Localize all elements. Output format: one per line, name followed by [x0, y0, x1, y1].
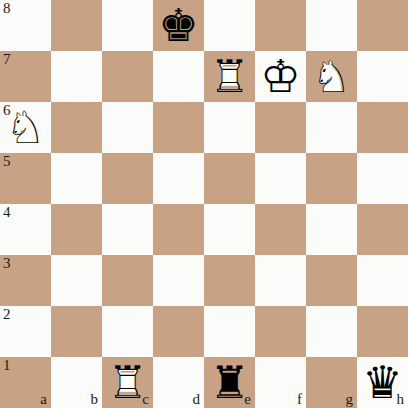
file-label-b: b	[91, 391, 99, 408]
square-g1[interactable]: g	[306, 357, 357, 408]
black-king-glyph: ♚	[153, 0, 204, 51]
square-a1[interactable]: 1a	[0, 357, 51, 408]
square-d1[interactable]: d	[153, 357, 204, 408]
square-f7[interactable]: ♚♔	[255, 51, 306, 102]
square-f2[interactable]	[255, 306, 306, 357]
rank-label-5: 5	[3, 153, 11, 170]
square-e6[interactable]	[204, 102, 255, 153]
white-rook-glyph: ♖	[204, 51, 255, 102]
square-b1[interactable]: b	[51, 357, 102, 408]
square-h7[interactable]	[357, 51, 408, 102]
square-a7[interactable]: 7	[0, 51, 51, 102]
file-label-f: f	[297, 391, 302, 408]
square-c7[interactable]	[102, 51, 153, 102]
file-label-d: d	[193, 391, 201, 408]
square-b3[interactable]	[51, 255, 102, 306]
square-g6[interactable]	[306, 102, 357, 153]
square-f5[interactable]	[255, 153, 306, 204]
rank-label-4: 4	[3, 204, 11, 221]
square-c6[interactable]	[102, 102, 153, 153]
square-c3[interactable]	[102, 255, 153, 306]
piece-black-queen[interactable]: ♛	[357, 357, 408, 408]
square-b6[interactable]	[51, 102, 102, 153]
square-c8[interactable]	[102, 0, 153, 51]
square-h3[interactable]	[357, 255, 408, 306]
square-e3[interactable]	[204, 255, 255, 306]
piece-black-rook[interactable]: ♜	[204, 357, 255, 408]
rank-label-2: 2	[3, 306, 11, 323]
piece-white-knight[interactable]: ♞♘	[0, 102, 51, 153]
file-label-a: a	[40, 391, 47, 408]
square-f4[interactable]	[255, 204, 306, 255]
white-rook-glyph: ♖	[102, 357, 153, 408]
black-rook-glyph: ♜	[204, 357, 255, 408]
rank-label-8: 8	[3, 0, 11, 17]
square-a6[interactable]: 6♞♘	[0, 102, 51, 153]
square-d6[interactable]	[153, 102, 204, 153]
square-h4[interactable]	[357, 204, 408, 255]
rank-label-7: 7	[3, 51, 11, 68]
square-a5[interactable]: 5	[0, 153, 51, 204]
file-label-g: g	[346, 391, 354, 408]
piece-black-king[interactable]: ♚	[153, 0, 204, 51]
white-knight-glyph: ♘	[306, 51, 357, 102]
square-d5[interactable]	[153, 153, 204, 204]
rank-label-1: 1	[3, 357, 11, 374]
square-g5[interactable]	[306, 153, 357, 204]
square-b7[interactable]	[51, 51, 102, 102]
square-c1[interactable]: c♜♖	[102, 357, 153, 408]
square-h6[interactable]	[357, 102, 408, 153]
piece-white-knight[interactable]: ♞♘	[306, 51, 357, 102]
square-h1[interactable]: h♛	[357, 357, 408, 408]
square-a3[interactable]: 3	[0, 255, 51, 306]
white-knight-glyph: ♘	[0, 102, 51, 153]
rank-label-3: 3	[3, 255, 11, 272]
piece-white-rook[interactable]: ♜♖	[204, 51, 255, 102]
square-g2[interactable]	[306, 306, 357, 357]
square-a4[interactable]: 4	[0, 204, 51, 255]
square-f3[interactable]	[255, 255, 306, 306]
square-d2[interactable]	[153, 306, 204, 357]
black-queen-glyph: ♛	[357, 357, 408, 408]
white-king-glyph: ♔	[255, 51, 306, 102]
square-f8[interactable]	[255, 0, 306, 51]
piece-white-rook[interactable]: ♜♖	[102, 357, 153, 408]
square-b2[interactable]	[51, 306, 102, 357]
square-d7[interactable]	[153, 51, 204, 102]
square-d3[interactable]	[153, 255, 204, 306]
square-d4[interactable]	[153, 204, 204, 255]
chess-board: 8♚7♜♖♚♔♞♘6♞♘54321abc♜♖de♜fgh♛	[0, 0, 408, 408]
square-e5[interactable]	[204, 153, 255, 204]
square-d8[interactable]: ♚	[153, 0, 204, 51]
square-b4[interactable]	[51, 204, 102, 255]
square-e7[interactable]: ♜♖	[204, 51, 255, 102]
square-c5[interactable]	[102, 153, 153, 204]
square-e2[interactable]	[204, 306, 255, 357]
square-a2[interactable]: 2	[0, 306, 51, 357]
square-g8[interactable]	[306, 0, 357, 51]
square-h8[interactable]	[357, 0, 408, 51]
square-a8[interactable]: 8	[0, 0, 51, 51]
square-g7[interactable]: ♞♘	[306, 51, 357, 102]
square-e1[interactable]: e♜	[204, 357, 255, 408]
square-e8[interactable]	[204, 0, 255, 51]
square-h5[interactable]	[357, 153, 408, 204]
square-e4[interactable]	[204, 204, 255, 255]
piece-white-king[interactable]: ♚♔	[255, 51, 306, 102]
square-c2[interactable]	[102, 306, 153, 357]
square-b5[interactable]	[51, 153, 102, 204]
square-g4[interactable]	[306, 204, 357, 255]
square-h2[interactable]	[357, 306, 408, 357]
square-g3[interactable]	[306, 255, 357, 306]
square-f1[interactable]: f	[255, 357, 306, 408]
square-f6[interactable]	[255, 102, 306, 153]
square-c4[interactable]	[102, 204, 153, 255]
square-b8[interactable]	[51, 0, 102, 51]
